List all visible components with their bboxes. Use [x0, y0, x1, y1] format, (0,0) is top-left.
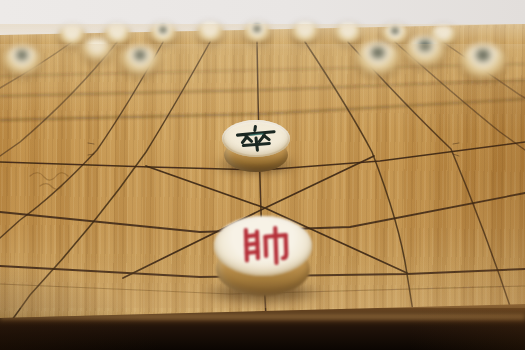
background-piece[interactable] [121, 46, 159, 74]
background-piece[interactable] [197, 22, 223, 42]
background-piece[interactable] [382, 24, 408, 44]
piece-character-smudge [13, 49, 31, 61]
background-piece[interactable] [244, 22, 270, 42]
red-general-piece[interactable]: 帥 [214, 216, 312, 298]
background-piece[interactable] [82, 38, 112, 60]
general-label: 帥 [214, 216, 215, 217]
background-piece[interactable] [460, 44, 506, 77]
background-piece[interactable] [405, 36, 445, 65]
background-piece[interactable] [292, 22, 318, 42]
piece-character-smudge [131, 49, 149, 61]
background-piece[interactable] [3, 46, 41, 74]
background-piece[interactable] [59, 25, 85, 45]
black-soldier-glyph [232, 124, 279, 152]
black-soldier-piece[interactable]: 卒 [222, 120, 290, 174]
piece-character-smudge [367, 46, 388, 59]
background-piece[interactable] [150, 23, 176, 43]
background-piece[interactable] [335, 23, 361, 43]
piece-character-smudge [251, 24, 263, 32]
piece-character-smudge [472, 48, 494, 62]
red-general-glyph [234, 222, 292, 270]
piece-character-smudge [389, 26, 401, 34]
piece-character-smudge [157, 25, 169, 33]
soldier-label: 卒 [222, 120, 223, 121]
piece-character-smudge [415, 39, 434, 51]
background-piece[interactable] [356, 42, 400, 74]
xiangqi-photo-scene: 卒 帥 [0, 0, 525, 350]
